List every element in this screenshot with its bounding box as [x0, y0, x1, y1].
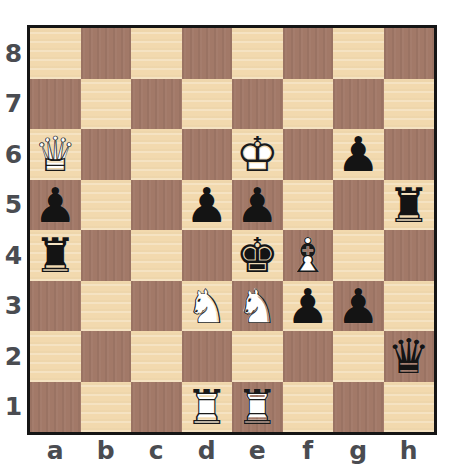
square-d1[interactable]: ♜♖ [182, 382, 233, 433]
file-label-h: h [384, 436, 435, 464]
square-c3[interactable] [131, 281, 182, 332]
square-c4[interactable] [131, 230, 182, 281]
square-f8[interactable] [283, 28, 334, 79]
square-g4[interactable] [333, 230, 384, 281]
file-label-f: f [283, 436, 334, 464]
rank-label-5: 5 [0, 180, 27, 231]
square-g8[interactable] [333, 28, 384, 79]
square-h1[interactable] [384, 382, 435, 433]
white-king-outline: ♔ [232, 129, 283, 180]
file-labels: abcdefgh [30, 436, 434, 464]
square-g3[interactable]: ♟ [333, 281, 384, 332]
square-b1[interactable] [81, 382, 132, 433]
square-e6[interactable]: ♚♔ [232, 129, 283, 180]
white-rook-outline: ♖ [182, 382, 233, 433]
square-f6[interactable] [283, 129, 334, 180]
rank-labels: 87654321 [0, 28, 27, 432]
black-king-glyph: ♚ [232, 230, 283, 281]
square-e3[interactable]: ♞♘ [232, 281, 283, 332]
black-queen-glyph: ♛ [384, 331, 435, 382]
square-g1[interactable] [333, 382, 384, 433]
file-label-a: a [30, 436, 81, 464]
square-d2[interactable] [182, 331, 233, 382]
file-label-c: c [131, 436, 182, 464]
square-c7[interactable] [131, 79, 182, 130]
piece-black-pawn[interactable]: ♟ [283, 281, 334, 332]
square-f4[interactable]: ♝♗ [283, 230, 334, 281]
black-pawn-glyph: ♟ [232, 180, 283, 231]
square-b6[interactable] [81, 129, 132, 180]
square-g2[interactable] [333, 331, 384, 382]
square-d3[interactable]: ♞♘ [182, 281, 233, 332]
square-d6[interactable] [182, 129, 233, 180]
square-f7[interactable] [283, 79, 334, 130]
square-b5[interactable] [81, 180, 132, 231]
square-h5[interactable]: ♜ [384, 180, 435, 231]
piece-white-bishop[interactable]: ♝♗ [283, 230, 334, 281]
file-label-d: d [182, 436, 233, 464]
square-h7[interactable] [384, 79, 435, 130]
square-c2[interactable] [131, 331, 182, 382]
rank-label-7: 7 [0, 79, 27, 130]
square-f2[interactable] [283, 331, 334, 382]
file-label-g: g [333, 436, 384, 464]
rank-label-4: 4 [0, 230, 27, 281]
square-a7[interactable] [30, 79, 81, 130]
square-d5[interactable]: ♟ [182, 180, 233, 231]
square-b3[interactable] [81, 281, 132, 332]
square-c1[interactable] [131, 382, 182, 433]
white-rook-outline: ♖ [232, 382, 283, 433]
square-e5[interactable]: ♟ [232, 180, 283, 231]
piece-black-pawn[interactable]: ♟ [333, 281, 384, 332]
square-e4[interactable]: ♚ [232, 230, 283, 281]
square-a2[interactable] [30, 331, 81, 382]
piece-black-pawn[interactable]: ♟ [333, 129, 384, 180]
square-a1[interactable] [30, 382, 81, 433]
piece-black-pawn[interactable]: ♟ [30, 180, 81, 231]
square-h2[interactable]: ♛ [384, 331, 435, 382]
square-c8[interactable] [131, 28, 182, 79]
piece-white-queen[interactable]: ♛♕ [30, 129, 81, 180]
rank-label-8: 8 [0, 28, 27, 79]
piece-white-rook[interactable]: ♜♖ [232, 382, 283, 433]
black-pawn-glyph: ♟ [333, 281, 384, 332]
square-e8[interactable] [232, 28, 283, 79]
rank-label-3: 3 [0, 281, 27, 332]
square-a8[interactable] [30, 28, 81, 79]
square-c5[interactable] [131, 180, 182, 231]
rank-label-1: 1 [0, 382, 27, 433]
square-b4[interactable] [81, 230, 132, 281]
square-f3[interactable]: ♟ [283, 281, 334, 332]
square-f5[interactable] [283, 180, 334, 231]
piece-white-knight[interactable]: ♞♘ [232, 281, 283, 332]
square-d4[interactable] [182, 230, 233, 281]
square-g7[interactable] [333, 79, 384, 130]
square-d7[interactable] [182, 79, 233, 130]
square-e2[interactable] [232, 331, 283, 382]
piece-black-rook[interactable]: ♜ [30, 230, 81, 281]
square-f1[interactable] [283, 382, 334, 433]
black-pawn-glyph: ♟ [182, 180, 233, 231]
square-a4[interactable]: ♜ [30, 230, 81, 281]
square-b2[interactable] [81, 331, 132, 382]
black-rook-glyph: ♜ [384, 180, 435, 231]
square-g6[interactable]: ♟ [333, 129, 384, 180]
rank-label-2: 2 [0, 331, 27, 382]
square-e7[interactable] [232, 79, 283, 130]
square-d8[interactable] [182, 28, 233, 79]
white-bishop-outline: ♗ [283, 230, 334, 281]
white-queen-outline: ♕ [30, 129, 81, 180]
piece-black-rook[interactable]: ♜ [384, 180, 435, 231]
square-a6[interactable]: ♛♕ [30, 129, 81, 180]
piece-white-knight[interactable]: ♞♘ [182, 281, 233, 332]
piece-black-king[interactable]: ♚ [232, 230, 283, 281]
rank-label-6: 6 [0, 129, 27, 180]
piece-white-king[interactable]: ♚♔ [232, 129, 283, 180]
white-knight-outline: ♘ [232, 281, 283, 332]
chess-board: ♛♕♚♔♟♟♟♟♜♜♚♝♗♞♘♞♘♟♟♛♜♖♜♖ [27, 25, 437, 435]
square-h4[interactable] [384, 230, 435, 281]
square-b7[interactable] [81, 79, 132, 130]
square-h6[interactable] [384, 129, 435, 180]
square-a5[interactable]: ♟ [30, 180, 81, 231]
square-c6[interactable] [131, 129, 182, 180]
square-g5[interactable] [333, 180, 384, 231]
square-h3[interactable] [384, 281, 435, 332]
square-e1[interactable]: ♜♖ [232, 382, 283, 433]
file-label-e: e [232, 436, 283, 464]
chess-diagram: 87654321 ♛♕♚♔♟♟♟♟♜♜♚♝♗♞♘♞♘♟♟♛♜♖♜♖ abcdef… [0, 0, 464, 464]
black-rook-glyph: ♜ [30, 230, 81, 281]
square-h8[interactable] [384, 28, 435, 79]
black-pawn-glyph: ♟ [333, 129, 384, 180]
piece-black-pawn[interactable]: ♟ [232, 180, 283, 231]
white-knight-outline: ♘ [182, 281, 233, 332]
piece-black-pawn[interactable]: ♟ [182, 180, 233, 231]
black-pawn-glyph: ♟ [283, 281, 334, 332]
piece-black-queen[interactable]: ♛ [384, 331, 435, 382]
piece-white-rook[interactable]: ♜♖ [182, 382, 233, 433]
square-a3[interactable] [30, 281, 81, 332]
file-label-b: b [81, 436, 132, 464]
black-pawn-glyph: ♟ [30, 180, 81, 231]
square-b8[interactable] [81, 28, 132, 79]
